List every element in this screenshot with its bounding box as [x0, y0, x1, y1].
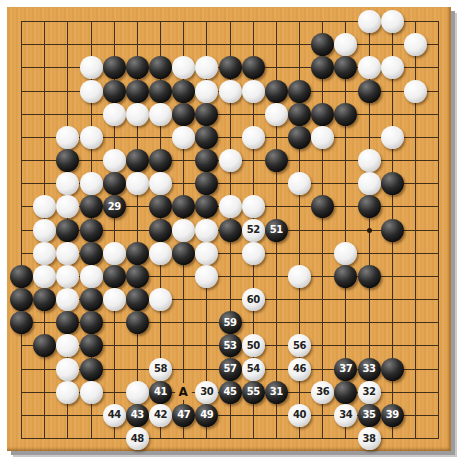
black-stone[interactable]: 57 — [219, 358, 242, 381]
move-number-label: 57 — [224, 364, 237, 374]
black-stone[interactable] — [172, 242, 195, 265]
black-stone[interactable]: 45 — [219, 381, 242, 404]
move-number-label: 51 — [270, 225, 283, 235]
black-stone[interactable] — [80, 334, 103, 357]
white-stone[interactable] — [56, 334, 79, 357]
move-number-label: 58 — [154, 364, 167, 374]
move-number-label: 48 — [131, 434, 144, 444]
white-stone[interactable] — [126, 103, 149, 126]
black-stone[interactable] — [288, 103, 311, 126]
white-stone[interactable]: 52 — [242, 219, 265, 242]
black-stone[interactable] — [149, 219, 172, 242]
black-stone[interactable] — [126, 265, 149, 288]
black-stone[interactable] — [33, 334, 56, 357]
white-stone[interactable]: 46 — [288, 358, 311, 381]
white-stone[interactable] — [381, 56, 404, 79]
black-stone[interactable]: 43 — [126, 404, 149, 427]
grid-line-vertical — [438, 21, 439, 439]
black-stone[interactable] — [126, 242, 149, 265]
white-stone[interactable] — [242, 80, 265, 103]
white-stone[interactable] — [172, 219, 195, 242]
black-stone[interactable] — [195, 195, 218, 218]
white-stone[interactable] — [172, 126, 195, 149]
white-stone[interactable]: 58 — [149, 358, 172, 381]
black-stone[interactable] — [381, 358, 404, 381]
white-stone[interactable] — [288, 265, 311, 288]
white-stone[interactable] — [80, 381, 103, 404]
black-stone[interactable]: 33 — [358, 358, 381, 381]
move-number-label: 42 — [154, 410, 167, 420]
black-stone[interactable]: 39 — [381, 404, 404, 427]
white-stone[interactable] — [219, 80, 242, 103]
black-stone[interactable] — [288, 126, 311, 149]
white-stone[interactable] — [56, 242, 79, 265]
white-stone[interactable] — [103, 242, 126, 265]
move-number-label: 45 — [224, 387, 237, 397]
white-stone[interactable]: 30 — [195, 381, 218, 404]
black-stone[interactable]: 49 — [195, 404, 218, 427]
white-stone[interactable] — [265, 103, 288, 126]
white-stone[interactable] — [126, 381, 149, 404]
white-stone[interactable] — [33, 242, 56, 265]
white-stone[interactable]: 42 — [149, 404, 172, 427]
white-stone[interactable] — [242, 126, 265, 149]
black-stone[interactable] — [172, 195, 195, 218]
white-stone[interactable]: 44 — [103, 404, 126, 427]
black-stone[interactable] — [195, 172, 218, 195]
move-number-label: 29 — [108, 202, 121, 212]
black-stone[interactable] — [288, 80, 311, 103]
white-stone[interactable]: 56 — [288, 334, 311, 357]
black-stone[interactable] — [80, 311, 103, 334]
black-stone[interactable] — [126, 80, 149, 103]
white-stone[interactable] — [33, 219, 56, 242]
black-stone[interactable] — [126, 288, 149, 311]
black-stone[interactable] — [195, 126, 218, 149]
grid-line-vertical — [322, 21, 323, 439]
black-stone[interactable] — [358, 80, 381, 103]
black-stone[interactable]: 35 — [358, 404, 381, 427]
white-stone[interactable] — [195, 242, 218, 265]
black-stone[interactable] — [242, 56, 265, 79]
move-number-label: 36 — [316, 387, 329, 397]
white-stone[interactable] — [381, 10, 404, 33]
white-stone[interactable]: 54 — [242, 358, 265, 381]
move-number-label: 34 — [339, 410, 352, 420]
white-stone[interactable]: 34 — [334, 404, 357, 427]
black-stone[interactable] — [56, 149, 79, 172]
black-stone[interactable] — [334, 56, 357, 79]
white-stone[interactable] — [80, 56, 103, 79]
black-stone[interactable]: 29 — [103, 195, 126, 218]
white-stone[interactable] — [404, 80, 427, 103]
black-stone[interactable] — [334, 381, 357, 404]
white-stone[interactable]: 36 — [311, 381, 334, 404]
black-stone[interactable] — [10, 288, 33, 311]
move-number-label: 31 — [270, 387, 283, 397]
move-number-label: 37 — [339, 364, 352, 374]
white-stone[interactable] — [288, 172, 311, 195]
move-number-label: 60 — [247, 295, 260, 305]
black-stone[interactable] — [149, 149, 172, 172]
black-stone[interactable] — [311, 56, 334, 79]
black-stone[interactable] — [149, 56, 172, 79]
white-stone[interactable] — [149, 288, 172, 311]
white-stone[interactable] — [381, 126, 404, 149]
black-stone[interactable]: 51 — [265, 219, 288, 242]
black-stone[interactable] — [103, 56, 126, 79]
black-stone[interactable] — [172, 80, 195, 103]
black-stone[interactable] — [80, 288, 103, 311]
black-stone[interactable] — [103, 80, 126, 103]
black-stone[interactable] — [80, 219, 103, 242]
black-stone[interactable] — [358, 265, 381, 288]
black-stone[interactable] — [126, 149, 149, 172]
black-stone[interactable] — [265, 80, 288, 103]
black-stone[interactable] — [195, 149, 218, 172]
move-number-label: 44 — [108, 410, 121, 420]
move-number-label: 32 — [363, 387, 376, 397]
white-stone[interactable] — [80, 80, 103, 103]
white-stone[interactable] — [219, 149, 242, 172]
white-stone[interactable] — [103, 103, 126, 126]
black-stone[interactable] — [149, 80, 172, 103]
white-stone[interactable] — [56, 381, 79, 404]
move-number-label: 30 — [200, 387, 213, 397]
white-stone[interactable]: 40 — [288, 404, 311, 427]
move-number-label: 41 — [154, 387, 167, 397]
black-stone[interactable] — [358, 195, 381, 218]
black-stone[interactable] — [311, 195, 334, 218]
white-stone[interactable] — [56, 172, 79, 195]
black-stone[interactable]: 59 — [219, 311, 242, 334]
black-stone[interactable] — [103, 265, 126, 288]
move-number-label: 33 — [363, 364, 376, 374]
move-number-label: 52 — [247, 225, 260, 235]
white-stone[interactable]: 38 — [358, 427, 381, 450]
black-stone[interactable] — [311, 33, 334, 56]
white-stone[interactable] — [195, 80, 218, 103]
black-stone[interactable] — [219, 219, 242, 242]
white-stone[interactable]: 50 — [242, 334, 265, 357]
white-stone[interactable] — [149, 103, 172, 126]
black-stone[interactable] — [103, 172, 126, 195]
black-stone[interactable] — [80, 195, 103, 218]
white-stone[interactable] — [33, 265, 56, 288]
star-point — [367, 228, 372, 233]
white-stone[interactable] — [103, 149, 126, 172]
white-stone[interactable] — [219, 195, 242, 218]
black-stone[interactable] — [311, 103, 334, 126]
white-stone[interactable] — [56, 126, 79, 149]
black-stone[interactable] — [56, 311, 79, 334]
black-stone[interactable] — [334, 265, 357, 288]
move-number-label: 59 — [224, 318, 237, 328]
white-stone[interactable] — [56, 265, 79, 288]
move-number-label: 53 — [224, 341, 237, 351]
black-stone[interactable] — [195, 103, 218, 126]
white-stone[interactable] — [56, 195, 79, 218]
white-stone[interactable] — [242, 242, 265, 265]
black-stone[interactable] — [33, 288, 56, 311]
black-stone[interactable] — [126, 56, 149, 79]
white-stone[interactable]: 60 — [242, 288, 265, 311]
black-stone[interactable]: 31 — [265, 381, 288, 404]
white-stone[interactable] — [80, 265, 103, 288]
black-stone[interactable] — [126, 311, 149, 334]
black-stone[interactable] — [334, 103, 357, 126]
black-stone[interactable] — [265, 149, 288, 172]
black-stone[interactable]: 53 — [219, 334, 242, 357]
black-stone[interactable] — [381, 219, 404, 242]
white-stone[interactable] — [56, 288, 79, 311]
white-stone[interactable] — [334, 242, 357, 265]
move-number-label: 49 — [200, 410, 213, 420]
black-stone[interactable]: 37 — [334, 358, 357, 381]
black-stone[interactable] — [172, 103, 195, 126]
white-stone[interactable] — [242, 195, 265, 218]
white-stone[interactable] — [195, 56, 218, 79]
white-stone[interactable] — [80, 172, 103, 195]
black-stone[interactable]: 41 — [149, 381, 172, 404]
white-stone[interactable] — [358, 149, 381, 172]
white-stone[interactable] — [404, 33, 427, 56]
white-stone[interactable] — [103, 288, 126, 311]
white-stone[interactable] — [358, 172, 381, 195]
move-number-label: 39 — [386, 410, 399, 420]
white-stone[interactable] — [172, 56, 195, 79]
move-number-label: 46 — [293, 364, 306, 374]
move-number-label: 38 — [363, 434, 376, 444]
move-number-label: 56 — [293, 341, 306, 351]
move-number-label: 47 — [177, 410, 190, 420]
white-stone[interactable] — [126, 172, 149, 195]
white-stone[interactable] — [149, 172, 172, 195]
white-stone[interactable] — [311, 126, 334, 149]
black-stone[interactable] — [80, 242, 103, 265]
white-stone[interactable] — [195, 219, 218, 242]
move-number-label: 55 — [247, 387, 260, 397]
black-stone[interactable] — [80, 358, 103, 381]
move-number-label: 50 — [247, 341, 260, 351]
white-stone[interactable]: 32 — [358, 381, 381, 404]
move-number-label: 54 — [247, 364, 260, 374]
move-number-label: 40 — [293, 410, 306, 420]
move-number-label: 43 — [131, 410, 144, 420]
white-stone[interactable] — [358, 56, 381, 79]
white-stone[interactable] — [358, 10, 381, 33]
screenshot-root: 2952516059535056585754463733413045553136… — [0, 0, 463, 463]
white-stone[interactable] — [195, 265, 218, 288]
black-stone[interactable] — [10, 265, 33, 288]
black-stone[interactable] — [381, 172, 404, 195]
black-stone[interactable] — [10, 311, 33, 334]
black-stone[interactable] — [219, 56, 242, 79]
white-stone[interactable] — [80, 126, 103, 149]
white-stone[interactable] — [56, 358, 79, 381]
point-marker-a[interactable]: A — [175, 383, 192, 400]
white-stone[interactable] — [33, 195, 56, 218]
black-stone[interactable]: 55 — [242, 381, 265, 404]
white-stone[interactable] — [149, 242, 172, 265]
white-stone[interactable]: 48 — [126, 427, 149, 450]
black-stone[interactable]: 47 — [172, 404, 195, 427]
go-board[interactable]: 2952516059535056585754463733413045553136… — [7, 7, 451, 451]
white-stone[interactable] — [334, 33, 357, 56]
black-stone[interactable] — [149, 195, 172, 218]
move-number-label: 35 — [363, 410, 376, 420]
black-stone[interactable] — [56, 219, 79, 242]
